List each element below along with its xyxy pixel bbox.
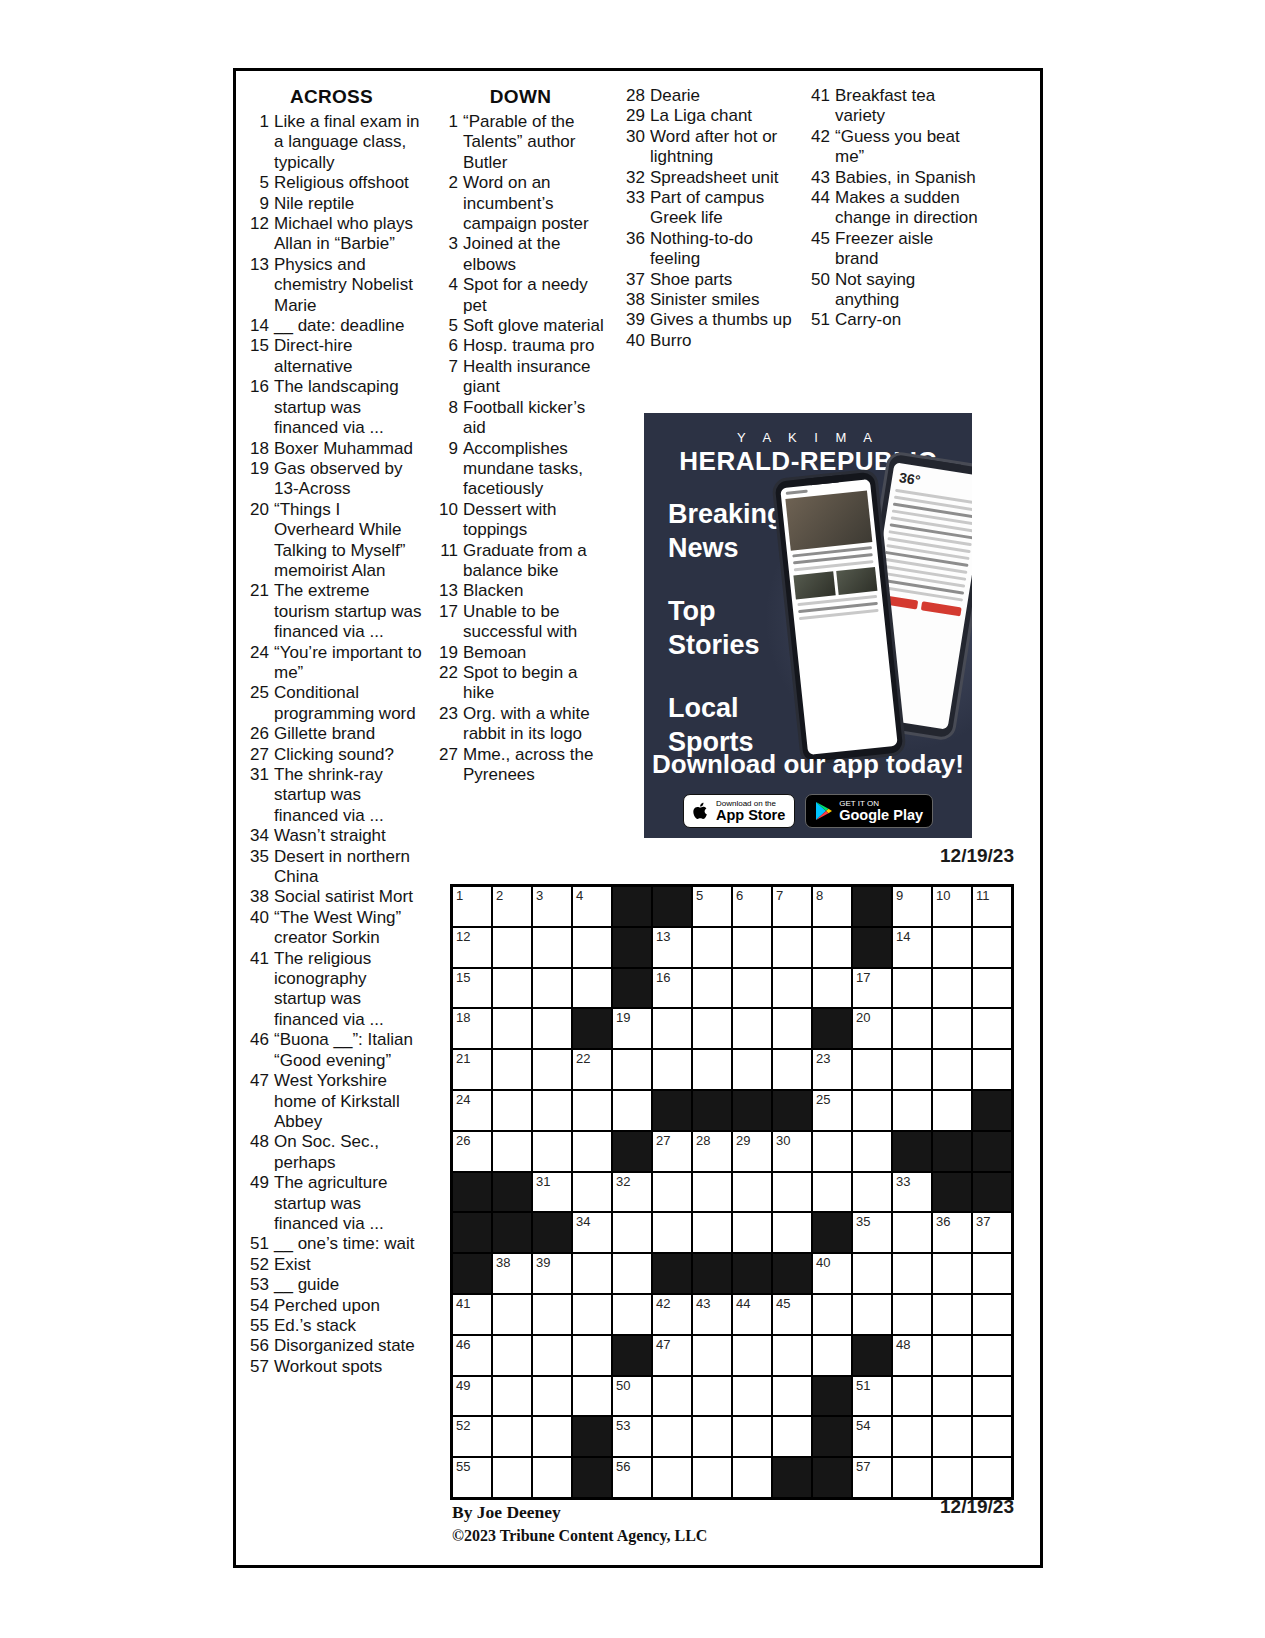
cell-number: 6 <box>736 888 743 903</box>
grid-cell[interactable] <box>653 1213 691 1252</box>
clue-text: Shoe parts <box>650 270 796 290</box>
grid-cell[interactable]: 10 <box>933 887 971 926</box>
grid-cell[interactable] <box>733 928 771 967</box>
grid-cell[interactable]: 39 <box>533 1254 571 1293</box>
black-cell <box>773 1091 811 1130</box>
grid-cell[interactable] <box>733 1458 771 1497</box>
clue-text: __ date: deadline <box>274 316 423 336</box>
grid-cell[interactable] <box>493 1050 531 1089</box>
grid-cell[interactable] <box>733 1336 771 1375</box>
grid-cell[interactable] <box>733 1050 771 1089</box>
grid-cell[interactable]: 27 <box>653 1132 691 1171</box>
grid-cell[interactable] <box>773 1377 811 1416</box>
clue-item: 38Social satirist Mort <box>240 887 423 907</box>
grid-cell[interactable]: 4 <box>573 887 611 926</box>
clue-item: 35Desert in northern China <box>240 847 423 888</box>
grid-cell[interactable]: 49 <box>453 1377 491 1416</box>
clue-text: Physics and chemistry Nobelist Marie <box>274 255 423 316</box>
clue-text: Like a final exam in a language class, t… <box>274 112 423 173</box>
badge-line2: App Store <box>716 808 785 823</box>
clue-text: Boxer Muhammad <box>274 439 423 459</box>
clue-item: 42“Guess you beat me” <box>801 127 978 168</box>
grid-cell[interactable]: 28 <box>693 1132 731 1171</box>
clue-text: Sinister smiles <box>650 290 796 310</box>
black-cell <box>973 1091 1011 1130</box>
black-cell <box>493 1213 531 1252</box>
clue-number: 31 <box>240 765 274 826</box>
cell-number: 19 <box>616 1010 630 1025</box>
grid-cell[interactable] <box>493 1091 531 1130</box>
grid-cell[interactable] <box>653 1173 691 1212</box>
clue-text: Football kicker’s aid <box>463 398 612 439</box>
grid-cell[interactable]: 8 <box>813 887 851 926</box>
grid-cell[interactable] <box>773 1417 811 1456</box>
grid-cell[interactable] <box>693 1336 731 1375</box>
grid-cell[interactable]: 46 <box>453 1336 491 1375</box>
clue-number: 41 <box>240 949 274 1031</box>
clue-text: The landscaping startup was financed via… <box>274 377 423 438</box>
grid-cell[interactable]: 35 <box>853 1213 891 1252</box>
grid-cell[interactable]: 54 <box>853 1417 891 1456</box>
cell-number: 55 <box>456 1459 470 1474</box>
clue-number: 6 <box>429 336 463 356</box>
crossword-grid: 1234567891011121314151617181920212223242… <box>450 884 1014 1500</box>
google-play-badge[interactable]: GET IT ONGoogle Play <box>805 794 933 828</box>
clue-number: 37 <box>616 270 650 290</box>
cell-number: 1 <box>456 888 463 903</box>
grid-cell[interactable] <box>973 1009 1011 1048</box>
cell-number: 43 <box>696 1296 710 1311</box>
clue-item: 5Soft glove material <box>429 316 612 336</box>
clue-text: Not saying anything <box>835 270 978 311</box>
grid-cell[interactable] <box>973 1417 1011 1456</box>
grid-cell[interactable]: 34 <box>573 1213 611 1252</box>
cell-number: 40 <box>816 1255 830 1270</box>
grid-cell[interactable] <box>813 928 851 967</box>
clue-item: 22Spot to begin a hike <box>429 663 612 704</box>
grid-cell[interactable]: 26 <box>453 1132 491 1171</box>
grid-cell[interactable]: 52 <box>453 1417 491 1456</box>
clue-item: 2Word on an incumbent’s campaign poster <box>429 173 612 234</box>
clue-number: 53 <box>240 1275 274 1295</box>
down-clue-list-3: 41Breakfast tea variety42“Guess you beat… <box>801 86 978 331</box>
grid-cell[interactable] <box>813 969 851 1008</box>
clue-text: Spreadsheet unit <box>650 168 796 188</box>
grid-cell[interactable] <box>973 1254 1011 1293</box>
cell-number: 2 <box>496 888 503 903</box>
grid-cell[interactable] <box>733 1009 771 1048</box>
grid-cell[interactable]: 48 <box>893 1336 931 1375</box>
grid-cell[interactable]: 33 <box>893 1173 931 1212</box>
grid-cell[interactable] <box>853 1173 891 1212</box>
clue-number: 12 <box>240 214 274 255</box>
grid-cell[interactable] <box>653 1009 691 1048</box>
clue-text: Hosp. trauma pro <box>463 336 612 356</box>
cell-number: 25 <box>816 1092 830 1107</box>
across-clue-column: ACROSS 1Like a final exam in a language … <box>240 86 423 1377</box>
clue-number: 21 <box>240 581 274 642</box>
clue-number: 44 <box>801 188 835 229</box>
grid-cell[interactable]: 47 <box>653 1336 691 1375</box>
grid-cell[interactable] <box>573 969 611 1008</box>
grid-cell[interactable]: 50 <box>613 1377 651 1416</box>
grid-cell[interactable] <box>893 969 931 1008</box>
grid-cell[interactable]: 18 <box>453 1009 491 1048</box>
news-photo <box>785 490 872 550</box>
grid-cell[interactable]: 40 <box>813 1254 851 1293</box>
grid-cell[interactable] <box>733 1173 771 1212</box>
grid-cell[interactable]: 1 <box>453 887 491 926</box>
clue-number: 51 <box>240 1234 274 1254</box>
clue-text: Nile reptile <box>274 194 423 214</box>
grid-cell[interactable] <box>493 1417 531 1456</box>
grid-cell[interactable]: 3 <box>533 887 571 926</box>
grid-cell[interactable]: 45 <box>773 1295 811 1334</box>
grid-cell[interactable]: 31 <box>533 1173 571 1212</box>
clue-number: 19 <box>240 459 274 500</box>
grid-cell[interactable] <box>573 1254 611 1293</box>
grid-cell[interactable]: 23 <box>813 1050 851 1089</box>
clue-text: Carry-on <box>835 310 978 330</box>
cell-number: 9 <box>896 888 903 903</box>
grid-cell[interactable] <box>773 1009 811 1048</box>
clue-text: The religious iconography startup was fi… <box>274 949 423 1031</box>
cell-number: 5 <box>696 888 703 903</box>
clue-text: Wasn’t straight <box>274 826 423 846</box>
ad-feature: Breaking News <box>668 497 784 565</box>
cell-number: 31 <box>536 1174 550 1189</box>
clue-text: “The West Wing” creator Sorkin <box>274 908 423 949</box>
grid-cell[interactable] <box>893 1458 931 1497</box>
grid-cell[interactable] <box>573 1132 611 1171</box>
grid-cell[interactable] <box>893 1091 931 1130</box>
grid-cell[interactable]: 41 <box>453 1295 491 1334</box>
grid-cell[interactable] <box>653 1458 691 1497</box>
grid-cell[interactable]: 37 <box>973 1213 1011 1252</box>
app-store-badge[interactable]: Download on theApp Store <box>683 794 795 828</box>
grid-cell[interactable] <box>813 1132 851 1171</box>
clue-text: Health insurance giant <box>463 357 612 398</box>
copyright: ©2023 Tribune Content Agency, LLC <box>452 1527 707 1545</box>
cell-number: 23 <box>816 1051 830 1066</box>
grid-cell[interactable] <box>933 1295 971 1334</box>
grid-cell[interactable]: 53 <box>613 1417 651 1456</box>
grid-cell[interactable] <box>853 1295 891 1334</box>
grid-cell[interactable]: 55 <box>453 1458 491 1497</box>
grid-cell[interactable] <box>653 1050 691 1089</box>
grid-cell[interactable] <box>493 1458 531 1497</box>
cell-number: 44 <box>736 1296 750 1311</box>
grid-cell[interactable] <box>573 928 611 967</box>
grid-cell[interactable] <box>693 1458 731 1497</box>
clue-item: 12Michael who plays Allan in “Barbie” <box>240 214 423 255</box>
grid-cell[interactable] <box>933 1417 971 1456</box>
clue-item: 45Freezer aisle brand <box>801 229 978 270</box>
grid-cell[interactable] <box>733 969 771 1008</box>
grid-cell[interactable] <box>493 1295 531 1334</box>
clue-text: Workout spots <box>274 1357 423 1377</box>
grid-cell[interactable] <box>573 1295 611 1334</box>
clue-number: 39 <box>616 310 650 330</box>
cell-number: 56 <box>616 1459 630 1474</box>
grid-cell[interactable] <box>973 1050 1011 1089</box>
black-cell <box>693 1254 731 1293</box>
clue-item: 39Gives a thumbs up <box>616 310 796 330</box>
grid-cell[interactable] <box>893 1417 931 1456</box>
grid-cell[interactable] <box>733 1417 771 1456</box>
cell-number: 34 <box>576 1214 590 1229</box>
clue-text: __ guide <box>274 1275 423 1295</box>
grid-cell[interactable]: 9 <box>893 887 931 926</box>
grid-cell[interactable]: 5 <box>693 887 731 926</box>
grid-cell[interactable]: 16 <box>653 969 691 1008</box>
grid-cell[interactable] <box>773 969 811 1008</box>
clue-item: 27Mme., across the Pyrenees <box>429 745 612 786</box>
grid-cell[interactable] <box>693 1213 731 1252</box>
grid-cell[interactable] <box>893 1295 931 1334</box>
grid-cell[interactable] <box>573 1173 611 1212</box>
grid-cell[interactable]: 14 <box>893 928 931 967</box>
grid-cell[interactable] <box>613 1213 651 1252</box>
grid-cell[interactable]: 57 <box>853 1458 891 1497</box>
grid-cell[interactable]: 43 <box>693 1295 731 1334</box>
grid-cell[interactable] <box>693 1009 731 1048</box>
grid-cell[interactable]: 21 <box>453 1050 491 1089</box>
clue-text: Graduate from a balance bike <box>463 541 612 582</box>
grid-cell[interactable] <box>613 1091 651 1130</box>
grid-cell[interactable] <box>813 1336 851 1375</box>
grid-cell[interactable] <box>893 1213 931 1252</box>
grid-cell[interactable] <box>533 1295 571 1334</box>
grid-cell[interactable]: 44 <box>733 1295 771 1334</box>
grid-cell[interactable] <box>813 1295 851 1334</box>
grid-cell[interactable] <box>933 1254 971 1293</box>
grid-cell[interactable] <box>893 1254 931 1293</box>
grid-cell[interactable] <box>773 1213 811 1252</box>
grid-cell[interactable] <box>933 1050 971 1089</box>
down-header: DOWN <box>429 86 612 108</box>
grid-cell[interactable] <box>813 1173 851 1212</box>
clue-number: 2 <box>429 173 463 234</box>
grid-cell[interactable] <box>773 1173 811 1212</box>
clue-text: Michael who plays Allan in “Barbie” <box>274 214 423 255</box>
clue-text: Joined at the elbows <box>463 234 612 275</box>
clue-number: 42 <box>801 127 835 168</box>
grid-cell[interactable] <box>533 1377 571 1416</box>
black-cell <box>893 1132 931 1171</box>
cell-number: 15 <box>456 970 470 985</box>
grid-cell[interactable] <box>693 1173 731 1212</box>
cell-number: 30 <box>776 1133 790 1148</box>
grid-cell[interactable] <box>973 969 1011 1008</box>
grid-cell[interactable] <box>493 1336 531 1375</box>
grid-cell[interactable]: 2 <box>493 887 531 926</box>
date-top: 12/19/23 <box>940 845 1014 867</box>
grid-cell[interactable] <box>573 1377 611 1416</box>
grid-cell[interactable]: 42 <box>653 1295 691 1334</box>
grid-cell[interactable]: 13 <box>653 928 691 967</box>
grid-cell[interactable]: 11 <box>973 887 1011 926</box>
grid-cell[interactable] <box>493 1009 531 1048</box>
grid-cell[interactable]: 7 <box>773 887 811 926</box>
grid-cell[interactable] <box>573 1091 611 1130</box>
grid-cell[interactable]: 51 <box>853 1377 891 1416</box>
clue-item: 44Makes a sudden change in direction <box>801 188 978 229</box>
grid-cell[interactable] <box>933 1091 971 1130</box>
grid-cell[interactable]: 24 <box>453 1091 491 1130</box>
clue-number: 13 <box>240 255 274 316</box>
clue-item: 1“Parable of the Talents” author Butler <box>429 112 612 173</box>
grid-cell[interactable] <box>973 1295 1011 1334</box>
cell-number: 13 <box>656 929 670 944</box>
grid-cell[interactable]: 22 <box>573 1050 611 1089</box>
grid-cell[interactable] <box>493 1377 531 1416</box>
grid-cell[interactable]: 38 <box>493 1254 531 1293</box>
clue-item: 5Religious offshoot <box>240 173 423 193</box>
grid-cell[interactable] <box>533 1091 571 1130</box>
clue-text: Burro <box>650 331 796 351</box>
grid-cell[interactable] <box>653 1417 691 1456</box>
black-cell <box>613 1336 651 1375</box>
clue-text: Ed.’s stack <box>274 1316 423 1336</box>
clue-number: 9 <box>240 194 274 214</box>
grid-cell[interactable] <box>933 928 971 967</box>
clue-item: 9Nile reptile <box>240 194 423 214</box>
grid-cell[interactable]: 32 <box>613 1173 651 1212</box>
clue-number: 5 <box>240 173 274 193</box>
clue-item: 19Gas observed by 13-Across <box>240 459 423 500</box>
grid-cell[interactable] <box>693 1417 731 1456</box>
grid-cell[interactable] <box>733 1377 771 1416</box>
grid-cell[interactable] <box>933 969 971 1008</box>
grid-cell[interactable] <box>573 1336 611 1375</box>
clue-text: Unable to be successful with <box>463 602 612 643</box>
clue-item: 6Hosp. trauma pro <box>429 336 612 356</box>
clue-item: 13Blacken <box>429 581 612 601</box>
grid-cell[interactable] <box>533 1132 571 1171</box>
black-cell <box>693 1091 731 1130</box>
clue-number: 7 <box>429 357 463 398</box>
grid-cell[interactable]: 12 <box>453 928 491 967</box>
grid-cell[interactable] <box>533 1009 571 1048</box>
clue-text: __ one’s time: wait <box>274 1234 423 1254</box>
clue-item: 3Joined at the elbows <box>429 234 612 275</box>
clue-item: 32Spreadsheet unit <box>616 168 796 188</box>
black-cell <box>933 1132 971 1171</box>
grid-cell[interactable] <box>893 1377 931 1416</box>
grid-cell[interactable] <box>853 1091 891 1130</box>
grid-cell[interactable] <box>493 969 531 1008</box>
grid-cell[interactable] <box>933 1336 971 1375</box>
clue-item: 20“Things I Overheard While Talking to M… <box>240 500 423 582</box>
clue-number: 9 <box>429 439 463 500</box>
clue-number: 29 <box>616 106 650 126</box>
grid-cell[interactable] <box>893 1009 931 1048</box>
clue-text: Breakfast tea variety <box>835 86 978 127</box>
grid-cell[interactable]: 56 <box>613 1458 651 1497</box>
black-cell <box>573 1009 611 1048</box>
clue-number: 26 <box>240 724 274 744</box>
clue-item: 24“You’re important to me” <box>240 643 423 684</box>
grid-cell[interactable] <box>773 928 811 967</box>
clue-item: 18Boxer Muhammad <box>240 439 423 459</box>
grid-cell[interactable] <box>653 1377 691 1416</box>
grid-cell[interactable]: 25 <box>813 1091 851 1130</box>
grid-cell[interactable] <box>773 1336 811 1375</box>
grid-cell[interactable] <box>973 928 1011 967</box>
black-cell <box>813 1009 851 1048</box>
grid-cell[interactable] <box>973 1458 1011 1497</box>
grid-cell[interactable] <box>533 1336 571 1375</box>
grid-cell[interactable] <box>613 1254 651 1293</box>
black-cell <box>613 969 651 1008</box>
grid-cell[interactable]: 6 <box>733 887 771 926</box>
grid-cell[interactable]: 29 <box>733 1132 771 1171</box>
clue-number: 47 <box>240 1071 274 1132</box>
cell-number: 11 <box>976 888 990 903</box>
grid-cell[interactable] <box>973 1336 1011 1375</box>
news-thumb <box>793 571 835 599</box>
grid-cell[interactable] <box>853 1132 891 1171</box>
grid-cell[interactable] <box>533 969 571 1008</box>
grid-cell[interactable] <box>613 1050 651 1089</box>
clue-number: 4 <box>429 275 463 316</box>
grid-cell[interactable] <box>533 928 571 967</box>
clue-item: 41Breakfast tea variety <box>801 86 978 127</box>
clue-item: 34Wasn’t straight <box>240 826 423 846</box>
grid-cell[interactable] <box>693 1377 731 1416</box>
grid-cell[interactable]: 20 <box>853 1009 891 1048</box>
clue-item: 51Carry-on <box>801 310 978 330</box>
grid-cell[interactable]: 19 <box>613 1009 651 1048</box>
cell-number: 57 <box>856 1459 870 1474</box>
red-button <box>921 601 962 616</box>
clue-item: 7Health insurance giant <box>429 357 612 398</box>
google-play-icon <box>815 801 833 821</box>
grid-cell[interactable] <box>933 1377 971 1416</box>
clue-number: 55 <box>240 1316 274 1336</box>
grid-cell[interactable] <box>693 1050 731 1089</box>
grid-cell[interactable]: 36 <box>933 1213 971 1252</box>
clue-number: 45 <box>801 229 835 270</box>
grid-cell[interactable] <box>533 1458 571 1497</box>
grid-cell[interactable] <box>853 1050 891 1089</box>
grid-cell[interactable]: 15 <box>453 969 491 1008</box>
grid-cell[interactable] <box>533 1417 571 1456</box>
grid-cell[interactable] <box>693 928 731 967</box>
grid-cell[interactable] <box>733 1213 771 1252</box>
clue-text: Soft glove material <box>463 316 612 336</box>
grid-cell[interactable] <box>973 1377 1011 1416</box>
grid-cell[interactable] <box>933 1009 971 1048</box>
grid-cell[interactable] <box>533 1050 571 1089</box>
clue-item: 8Football kicker’s aid <box>429 398 612 439</box>
cell-number: 4 <box>576 888 583 903</box>
grid-cell[interactable] <box>893 1050 931 1089</box>
grid-cell[interactable] <box>933 1458 971 1497</box>
clue-number: 11 <box>429 541 463 582</box>
grid-cell[interactable]: 17 <box>853 969 891 1008</box>
grid-cell[interactable] <box>613 1295 651 1334</box>
grid-cell[interactable] <box>693 969 731 1008</box>
grid-cell[interactable]: 30 <box>773 1132 811 1171</box>
grid-cell[interactable] <box>493 1132 531 1171</box>
cell-number: 16 <box>656 970 670 985</box>
grid-cell[interactable] <box>773 1050 811 1089</box>
clue-item: 10Dessert with toppings <box>429 500 612 541</box>
grid-cell[interactable] <box>853 1254 891 1293</box>
grid-cell[interactable] <box>493 928 531 967</box>
